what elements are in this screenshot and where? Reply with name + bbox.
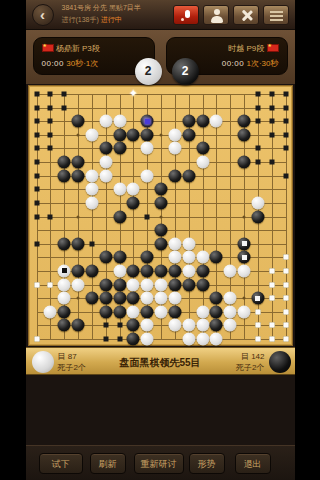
- white-player-byoyomi: 30秒·1次: [66, 59, 98, 68]
- black-dead: 死子2个: [236, 362, 264, 373]
- black-territory-marker: [255, 146, 260, 151]
- black-territory-marker: [89, 241, 94, 246]
- white-stone: [168, 128, 181, 141]
- white-capture-badge: 2: [135, 58, 162, 85]
- white-stone: [224, 305, 237, 318]
- white-stone: [58, 278, 71, 291]
- white-stone: [113, 115, 126, 128]
- black-territory-marker: [269, 132, 274, 137]
- black-territory-marker: [117, 337, 122, 342]
- black-stone: [113, 278, 126, 291]
- star-point: [77, 297, 80, 300]
- black-stone: [168, 278, 181, 291]
- black-stone: [58, 156, 71, 169]
- black-stone: [99, 292, 112, 305]
- black-stone: [155, 196, 168, 209]
- star-point: [77, 215, 80, 218]
- black-stone: [127, 319, 140, 332]
- white-stone: [196, 319, 209, 332]
- white-territory-marker: [283, 296, 288, 301]
- black-stone: [155, 264, 168, 277]
- black-territory-marker: [48, 92, 53, 97]
- white-player-flag-icon: [42, 44, 54, 52]
- white-territory-marker: [255, 309, 260, 314]
- black-territory-marker: [48, 214, 53, 219]
- black-territory-marker: [283, 92, 288, 97]
- bottom-toolbar: 试下刷新重新研讨形势退出: [26, 445, 295, 480]
- black-stone: [72, 237, 85, 250]
- voice-button[interactable]: [173, 5, 199, 25]
- black-stone: [141, 251, 154, 264]
- black-territory-marker: [34, 214, 39, 219]
- black-territory-marker: [283, 146, 288, 151]
- black-territory-marker: [255, 92, 260, 97]
- black-stone: [72, 156, 85, 169]
- black-player-byoyomi: 1次·30秒: [246, 59, 278, 68]
- white-territory-marker: [269, 282, 274, 287]
- white-player-time: 00:00: [42, 59, 65, 68]
- black-stone: [113, 292, 126, 305]
- white-stone: [210, 115, 223, 128]
- black-count: 目 142 死子2个: [236, 351, 264, 373]
- black-stone: [127, 264, 140, 277]
- white-stone: [251, 196, 264, 209]
- black-stone: [99, 142, 112, 155]
- black-territory-marker: [34, 119, 39, 124]
- white-stone: [127, 305, 140, 318]
- menu-icon: [270, 11, 283, 13]
- grid-line: [203, 94, 204, 339]
- white-territory-marker: [34, 282, 39, 287]
- white-stone: [85, 183, 98, 196]
- black-stone: [251, 292, 264, 305]
- black-territory-marker: [269, 92, 274, 97]
- white-territory-marker: [283, 309, 288, 314]
- white-stone: [58, 292, 71, 305]
- player-icon-body: [211, 16, 223, 23]
- white-stone: [113, 264, 126, 277]
- white-stone: [72, 278, 85, 291]
- black-stone: [168, 264, 181, 277]
- black-stone: [113, 305, 126, 318]
- black-stone: [251, 210, 264, 223]
- white-stone: [224, 292, 237, 305]
- black-stone: [182, 115, 195, 128]
- go-app-screen: ‹ 3841号房 分先 黑贴7目半 进行(138手) 进行中: [26, 0, 295, 480]
- white-territory-marker: [283, 255, 288, 260]
- research-button[interactable]: [233, 5, 259, 25]
- black-stone: [168, 169, 181, 182]
- dead-stone-marker: [255, 296, 260, 301]
- black-player-name: 时越: [228, 44, 244, 53]
- last-move-marker: [145, 119, 150, 124]
- black-stone: [58, 237, 71, 250]
- white-stone: [127, 278, 140, 291]
- black-stone: [141, 115, 154, 128]
- black-territory-marker: [283, 173, 288, 178]
- black-stone: [127, 128, 140, 141]
- black-territory-marker: [34, 187, 39, 192]
- black-stone: [58, 169, 71, 182]
- white-stone: [182, 251, 195, 264]
- black-stone: [141, 305, 154, 318]
- black-territory-marker: [34, 160, 39, 165]
- black-territory-marker: [145, 214, 150, 219]
- white-stone: [141, 333, 154, 346]
- black-stone: [210, 251, 223, 264]
- white-stone: [182, 333, 195, 346]
- white-stone: [168, 237, 181, 250]
- black-territory-marker: [255, 105, 260, 110]
- go-board[interactable]: ✦: [28, 85, 293, 346]
- white-territory-marker: [255, 337, 260, 342]
- black-stone: [182, 278, 195, 291]
- black-stone: [210, 305, 223, 318]
- white-territory-marker: [269, 296, 274, 301]
- white-territory-marker: [269, 337, 274, 342]
- star-point: [160, 215, 163, 218]
- black-stone: [85, 264, 98, 277]
- black-stone: [113, 251, 126, 264]
- white-stone: [155, 278, 168, 291]
- grid-line: [272, 94, 273, 339]
- black-territory-marker: [103, 323, 108, 328]
- room-info: 3841号房 分先 黑贴7目半: [62, 3, 170, 13]
- white-stone: [196, 333, 209, 346]
- black-territory-marker: [255, 119, 260, 124]
- black-stone: [238, 156, 251, 169]
- black-territory-marker: [34, 105, 39, 110]
- black-stone: [72, 115, 85, 128]
- black-stone: [72, 319, 85, 332]
- capture-sparkle-icon: ✦: [129, 87, 138, 100]
- black-player-flag-icon: [267, 44, 279, 52]
- dead-stone-marker: [62, 268, 67, 273]
- black-territory-marker: [283, 105, 288, 110]
- black-territory-marker: [62, 92, 67, 97]
- black-territory-marker: [34, 92, 39, 97]
- star-point: [243, 215, 246, 218]
- star-point: [160, 133, 163, 136]
- black-territory-marker: [48, 146, 53, 151]
- black-stone: [85, 292, 98, 305]
- black-stone: [238, 237, 251, 250]
- black-territory-marker: [34, 173, 39, 178]
- black-stone: [168, 305, 181, 318]
- white-territory-marker: [34, 337, 39, 342]
- black-territory-marker: [283, 119, 288, 124]
- white-stone: [85, 196, 98, 209]
- black-capture-badge: 2: [172, 58, 199, 85]
- black-stone: [196, 278, 209, 291]
- white-stone: [99, 156, 112, 169]
- black-stone: [155, 224, 168, 237]
- room-title: 3841号房 分先 黑贴7目半 进行(138手) 进行中: [62, 3, 170, 25]
- white-stone: [168, 251, 181, 264]
- go-board-grid: ✦: [29, 86, 292, 345]
- black-stone: [141, 264, 154, 277]
- player-icon: [214, 9, 220, 15]
- black-territory-marker: [269, 105, 274, 110]
- white-stone: [141, 319, 154, 332]
- black-stone: [58, 305, 71, 318]
- move-count: 进行(138手): [62, 16, 99, 23]
- black-territory-marker: [34, 146, 39, 151]
- black-stone: [238, 128, 251, 141]
- white-territory-marker: [269, 323, 274, 328]
- black-stone: [210, 319, 223, 332]
- black-stone: [99, 251, 112, 264]
- black-territory-marker: [62, 105, 67, 110]
- dead-stone-marker: [242, 241, 247, 246]
- black-stone: [127, 292, 140, 305]
- white-stone: [224, 319, 237, 332]
- white-territory-marker: [255, 323, 260, 328]
- white-stone: [99, 169, 112, 182]
- black-player-time: 00:00: [222, 59, 245, 68]
- black-territory-marker: [48, 132, 53, 137]
- voice-icon: [185, 10, 190, 18]
- white-player-rank: P3段: [82, 44, 100, 53]
- white-stone: [113, 183, 126, 196]
- star-point: [243, 297, 246, 300]
- black-territory-marker: [48, 119, 53, 124]
- menu-button[interactable]: [263, 5, 289, 25]
- black-stone: [141, 128, 154, 141]
- white-stone: [168, 292, 181, 305]
- black-stone: [210, 292, 223, 305]
- white-stone: [238, 264, 251, 277]
- white-stone: [85, 169, 98, 182]
- white-stone: [141, 278, 154, 291]
- black-stone: [99, 278, 112, 291]
- black-stone: [113, 142, 126, 155]
- white-stone: [155, 292, 168, 305]
- black-stone: [182, 128, 195, 141]
- white-territory-marker: [283, 268, 288, 273]
- white-stone: [44, 305, 57, 318]
- white-stone: [141, 292, 154, 305]
- white-territory-marker: [283, 282, 288, 287]
- white-stone: [182, 264, 195, 277]
- black-stone: [238, 251, 251, 264]
- black-stone: [127, 333, 140, 346]
- black-stone: [99, 305, 112, 318]
- white-stone: [196, 251, 209, 264]
- toolbar-button-3[interactable]: 重新研讨: [134, 453, 184, 474]
- white-territory-marker: [48, 282, 53, 287]
- black-player-rank: P9段: [246, 44, 264, 53]
- white-stone: [168, 319, 181, 332]
- dead-stone-marker: [242, 255, 247, 260]
- black-territory-marker: [255, 160, 260, 165]
- game-progress: 进行(138手) 进行中: [62, 15, 170, 25]
- toolbar-button-1[interactable]: 试下: [39, 453, 83, 474]
- white-stone: [182, 237, 195, 250]
- black-territory-marker: [117, 323, 122, 328]
- white-stone: [196, 305, 209, 318]
- black-territory-marker: [269, 119, 274, 124]
- black-territory-marker: [269, 160, 274, 165]
- navigation-zone: ‹ ›: [26, 375, 295, 445]
- white-stone: [58, 264, 71, 277]
- white-stone: [141, 169, 154, 182]
- white-stone: [127, 183, 140, 196]
- white-territory-marker: [269, 268, 274, 273]
- white-stone: [238, 305, 251, 318]
- voice-dot-icon: [181, 18, 184, 21]
- black-stone: [113, 210, 126, 223]
- white-stone: [182, 319, 195, 332]
- white-stone: [85, 128, 98, 141]
- white-stone: [155, 305, 168, 318]
- black-territory-marker: [34, 200, 39, 205]
- black-points: 目 142: [236, 351, 264, 362]
- black-stone: [196, 264, 209, 277]
- white-player-name: 杨鼎新: [56, 44, 80, 53]
- black-stone: [182, 169, 195, 182]
- black-stone-icon: [269, 351, 291, 373]
- white-stone: [210, 333, 223, 346]
- players-strip: 杨鼎新 P3段 00:00 30秒·1次 时越 P9段 00:00 1次·30秒…: [26, 30, 295, 84]
- black-territory-marker: [48, 105, 53, 110]
- black-stone: [72, 264, 85, 277]
- black-stone: [113, 128, 126, 141]
- grid-line: [286, 94, 287, 339]
- black-territory-marker: [34, 132, 39, 137]
- black-stone: [155, 183, 168, 196]
- black-stone: [196, 115, 209, 128]
- back-button[interactable]: ‹: [32, 4, 54, 26]
- black-stone: [196, 142, 209, 155]
- black-stone: [127, 196, 140, 209]
- grid-line: [37, 339, 286, 340]
- top-bar: ‹ 3841号房 分先 黑贴7目半 进行(138手) 进行中: [26, 0, 295, 30]
- star-point: [77, 133, 80, 136]
- toolbar-button-4[interactable]: 形势: [189, 453, 225, 474]
- white-territory-marker: [283, 323, 288, 328]
- black-territory-marker: [283, 132, 288, 137]
- black-stone: [155, 237, 168, 250]
- black-stone: [238, 115, 251, 128]
- black-stone: [58, 319, 71, 332]
- black-territory-marker: [34, 241, 39, 246]
- white-stone: [99, 115, 112, 128]
- toolbar-button-5[interactable]: 退出: [235, 453, 271, 474]
- white-stone: [224, 264, 237, 277]
- black-stone: [72, 169, 85, 182]
- player-button[interactable]: [203, 5, 229, 25]
- white-stone: [141, 142, 154, 155]
- count-status-bar: 目 87 死子2个 盘面黑棋领先55目 目 142 死子2个: [26, 347, 295, 375]
- white-stone: [196, 156, 209, 169]
- game-status: 进行中: [101, 16, 122, 23]
- black-territory-marker: [103, 337, 108, 342]
- white-stone: [168, 142, 181, 155]
- white-territory-marker: [283, 337, 288, 342]
- toolbar-button-2[interactable]: 刷新: [90, 453, 126, 474]
